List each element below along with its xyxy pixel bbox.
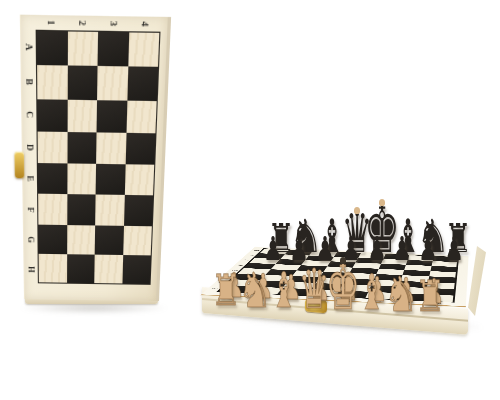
open-chess-board: 12345678 ABCDEFGH ♜♞♝♛♚♝♞♜♟♟♟♟♟♟♟♟♟♟♟♟♟♟…	[0, 0, 500, 400]
chess-set-product-photo: 1234 ABCDEFGH 12345678 ABCDEFGH ♜♞♝♛♚♝♞♜…	[0, 0, 500, 400]
board-side-label: E	[219, 269, 249, 272]
board-side-label: F	[212, 274, 242, 277]
brass-latch	[305, 298, 327, 313]
board-front-label: 2	[243, 293, 275, 297]
board-front-label: 7	[394, 300, 425, 304]
board-side-label: G	[205, 280, 236, 284]
board-front-label: 4	[304, 296, 336, 300]
board-side-label: B	[237, 254, 264, 257]
board-side-label: D	[225, 263, 254, 266]
board-side-label: H	[198, 286, 230, 290]
board-side-label: C	[231, 258, 259, 261]
board-perspective-wrap: 12345678 ABCDEFGH	[202, 22, 500, 304]
board-front-label: 8	[424, 301, 454, 305]
board-front-label: 1	[213, 292, 246, 296]
board-side-label: A	[243, 249, 270, 252]
board-front-label: 3	[273, 295, 305, 299]
board-front-label: 5	[334, 297, 365, 301]
board-front-label: 6	[364, 299, 395, 303]
